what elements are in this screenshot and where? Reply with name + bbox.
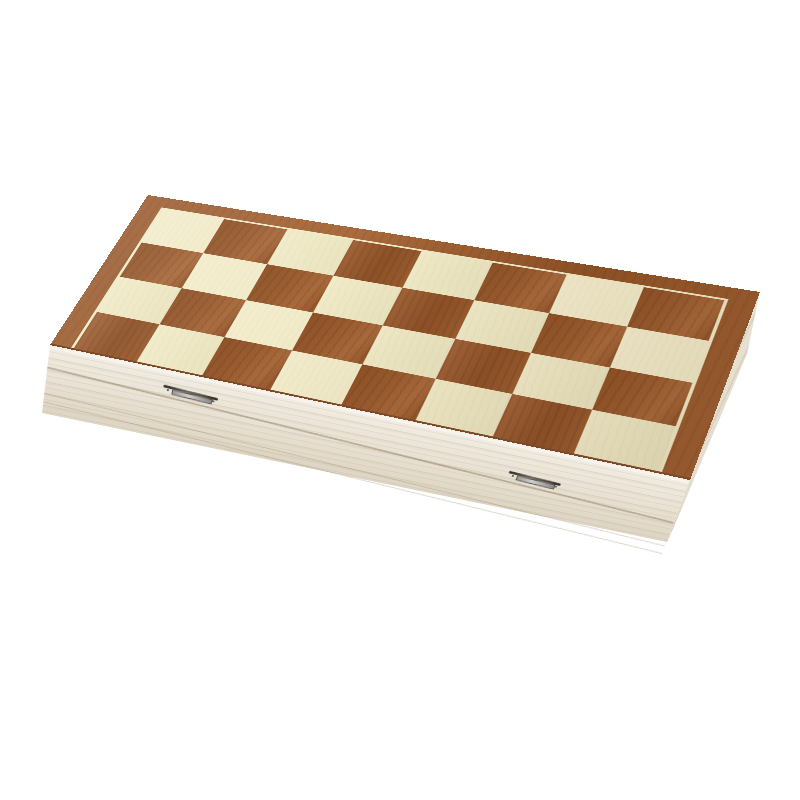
product-photo-scene (0, 0, 800, 800)
hinge-screw (212, 400, 214, 402)
hinge-screw (167, 389, 169, 391)
hinge-screw (555, 486, 557, 488)
hinge-screw (512, 475, 514, 477)
